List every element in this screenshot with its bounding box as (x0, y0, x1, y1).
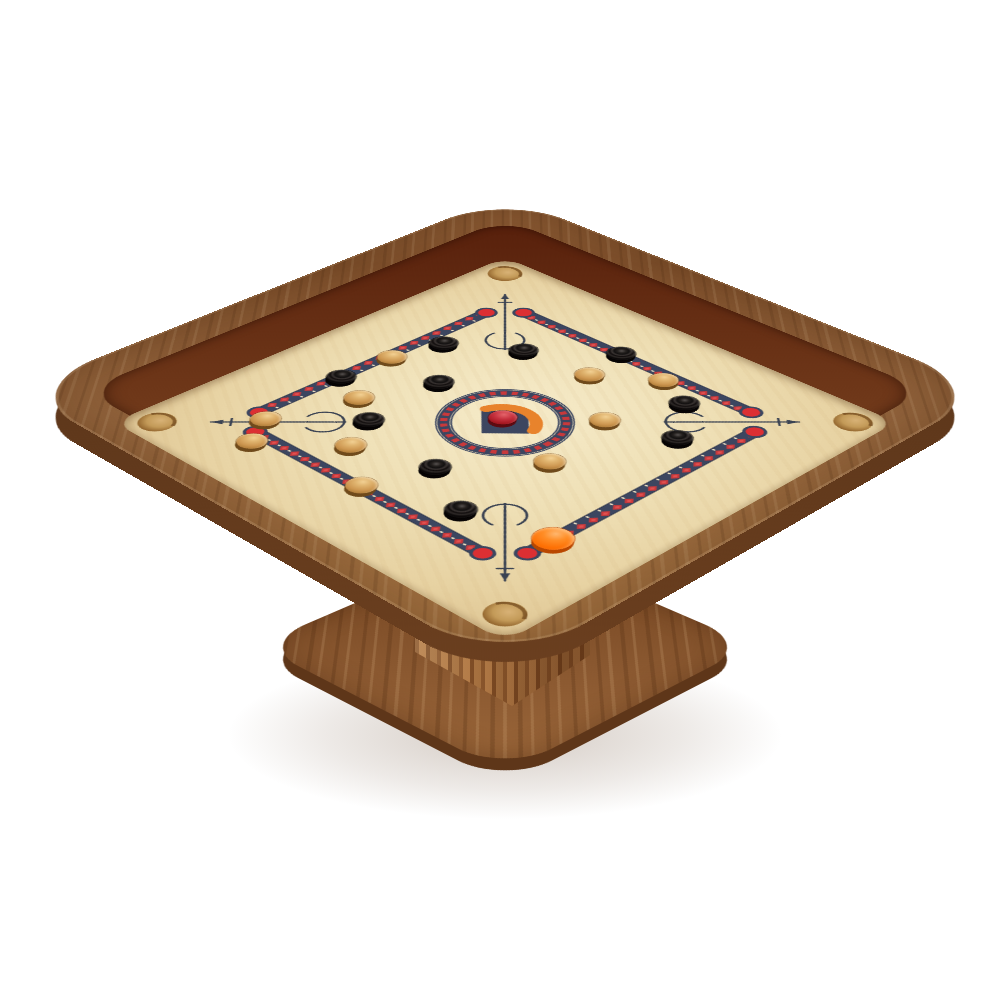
carrom-man-white[interactable] (339, 474, 385, 497)
carrom-man-white[interactable] (338, 388, 381, 408)
white-piece-face (569, 365, 611, 384)
black-piece-face (423, 334, 464, 352)
black-piece-face (663, 393, 706, 413)
carrom-man-black[interactable] (503, 341, 544, 360)
product-photo-scene (0, 0, 1000, 1000)
queen-piece-face (482, 408, 522, 427)
white-piece-face (583, 410, 626, 431)
carrom-man-black[interactable] (320, 367, 362, 387)
carrom-man-black[interactable] (655, 427, 699, 448)
carrom-man-white[interactable] (329, 434, 373, 456)
white-piece-face (527, 450, 572, 472)
black-piece-face (600, 344, 641, 363)
black-piece-face (413, 456, 458, 478)
carrom-board (17, 196, 993, 669)
carrom-queen[interactable] (482, 408, 522, 427)
carrom-striker[interactable] (523, 523, 583, 554)
carrom-man-black[interactable] (413, 456, 458, 478)
carrom-man-black[interactable] (347, 410, 390, 431)
black-piece-face (438, 498, 484, 522)
carrom-man-black[interactable] (438, 498, 484, 522)
playing-surface (114, 257, 897, 642)
carrom-man-white[interactable] (527, 450, 572, 472)
carrom-man-black[interactable] (600, 344, 641, 363)
carrom-man-white[interactable] (244, 408, 287, 429)
carrom-man-black[interactable] (663, 393, 706, 413)
carrom-man-white[interactable] (230, 430, 274, 452)
frame-inner-groove (84, 219, 927, 624)
black-piece-face (418, 372, 460, 392)
carrom-man-white[interactable] (642, 370, 684, 390)
pieces-layer (114, 257, 897, 642)
carrom-man-black[interactable] (418, 372, 460, 392)
striker-piece-face (523, 523, 583, 554)
black-piece-face (503, 341, 544, 360)
carrom-man-black[interactable] (423, 334, 464, 352)
white-piece-face (642, 370, 684, 390)
carrom-man-white[interactable] (583, 410, 626, 431)
carrom-man-white[interactable] (372, 348, 413, 367)
black-piece-face (655, 427, 699, 448)
carrom-man-white[interactable] (569, 365, 611, 384)
